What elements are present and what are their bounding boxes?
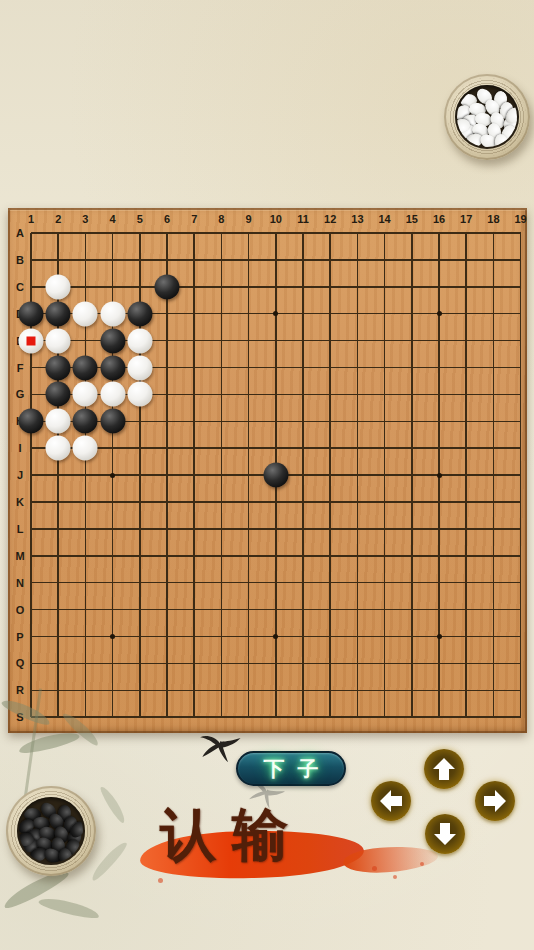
stone-black — [19, 409, 44, 434]
grid-line-horizontal — [31, 528, 521, 530]
stone-black — [100, 409, 125, 434]
column-label: 5 — [137, 213, 143, 225]
grid-line-vertical — [302, 233, 304, 717]
grid-line-vertical — [357, 233, 359, 717]
star-point — [437, 473, 442, 478]
place-stone-button[interactable]: 下子 — [236, 751, 346, 786]
row-label: I — [18, 442, 21, 454]
column-label: 9 — [246, 213, 252, 225]
white-stones-bowl — [444, 74, 530, 160]
column-label: 6 — [164, 213, 170, 225]
stone-white — [46, 274, 71, 299]
column-label: 17 — [460, 213, 472, 225]
grid-line-vertical — [520, 233, 522, 717]
row-label: R — [16, 684, 24, 696]
arrow-up-icon — [433, 758, 455, 780]
row-label: A — [16, 227, 24, 239]
stone-white — [73, 436, 98, 461]
star-point — [110, 634, 115, 639]
brush-splatter — [158, 878, 163, 883]
stone-white — [73, 382, 98, 407]
grid-line-vertical — [465, 233, 467, 717]
stone-black — [100, 355, 125, 380]
star-point — [273, 634, 278, 639]
stone-black — [46, 355, 71, 380]
column-label: 1 — [28, 213, 34, 225]
stone-black — [46, 301, 71, 326]
arrow-down-icon — [434, 823, 456, 845]
column-label: 13 — [351, 213, 363, 225]
resign-label: 认输 — [160, 798, 304, 874]
stone-black — [263, 463, 288, 488]
bamboo-leaf — [89, 839, 130, 883]
brush-splatter — [372, 866, 377, 871]
row-label: Q — [16, 657, 25, 669]
column-label: 18 — [487, 213, 499, 225]
column-label: 2 — [55, 213, 61, 225]
column-label: 10 — [270, 213, 282, 225]
brush-splatter — [393, 875, 397, 879]
go-game-screen: 12345678910111213141516171819ABCDEFGHIJK… — [0, 0, 534, 950]
stone-white — [73, 301, 98, 326]
row-label: N — [16, 577, 24, 589]
stone-white — [127, 355, 152, 380]
stone-white — [127, 328, 152, 353]
dpad-up-button[interactable] — [424, 749, 464, 789]
stone-black — [155, 274, 180, 299]
stone-black — [19, 301, 44, 326]
row-label: M — [15, 550, 24, 562]
row-label: L — [17, 523, 24, 535]
row-label: C — [16, 281, 24, 293]
column-label: 11 — [297, 213, 309, 225]
stone-black — [73, 355, 98, 380]
column-label: 19 — [514, 213, 526, 225]
column-label: 8 — [218, 213, 224, 225]
column-label: 12 — [324, 213, 336, 225]
stone-white — [127, 382, 152, 407]
last-move-marker — [27, 336, 36, 345]
column-label: 4 — [110, 213, 116, 225]
stone-black — [127, 301, 152, 326]
column-label: 16 — [433, 213, 445, 225]
star-point — [437, 634, 442, 639]
star-point — [110, 473, 115, 478]
place-stone-label: 下子 — [264, 755, 332, 783]
grid-line-horizontal — [31, 663, 521, 665]
grid-line-vertical — [493, 233, 495, 717]
stone-white — [46, 409, 71, 434]
brush-splatter — [420, 862, 424, 866]
grid-line-horizontal — [31, 716, 521, 718]
arrow-right-icon — [484, 790, 506, 812]
stone-black — [46, 382, 71, 407]
column-label: 15 — [406, 213, 418, 225]
grid-line-horizontal — [31, 690, 521, 692]
dpad-down-button[interactable] — [425, 814, 465, 854]
grid-line-vertical — [329, 233, 331, 717]
stone-white — [46, 328, 71, 353]
row-label: G — [16, 388, 25, 400]
stone-white — [46, 436, 71, 461]
black-bowl-stones — [19, 799, 83, 863]
arrow-left-icon — [380, 790, 402, 812]
grid-line-horizontal — [31, 609, 521, 611]
grid-line-vertical — [384, 233, 386, 717]
row-label: O — [16, 604, 25, 616]
grid-line-horizontal — [31, 555, 521, 557]
star-point — [273, 311, 278, 316]
stone-black — [100, 328, 125, 353]
stone-white — [100, 382, 125, 407]
star-point — [437, 311, 442, 316]
row-label: F — [17, 362, 24, 374]
row-label: K — [16, 496, 24, 508]
stone-black — [73, 409, 98, 434]
dpad-left-button[interactable] — [371, 781, 411, 821]
bamboo-leaf — [37, 895, 100, 922]
row-label: P — [16, 631, 23, 643]
dpad-right-button[interactable] — [475, 781, 515, 821]
white-bowl-stones — [457, 87, 517, 147]
grid-line-horizontal — [31, 501, 521, 503]
swallow-icon — [198, 733, 242, 769]
black-stones-bowl — [6, 786, 96, 876]
column-label: 14 — [378, 213, 390, 225]
row-label: J — [17, 469, 23, 481]
bamboo-leaf — [98, 784, 128, 824]
row-label: B — [16, 254, 24, 266]
grid-line-horizontal — [31, 582, 521, 584]
column-label: 7 — [191, 213, 197, 225]
stone-white — [100, 301, 125, 326]
column-label: 3 — [82, 213, 88, 225]
go-board[interactable]: 12345678910111213141516171819ABCDEFGHIJK… — [8, 208, 527, 733]
grid-line-vertical — [411, 233, 413, 717]
